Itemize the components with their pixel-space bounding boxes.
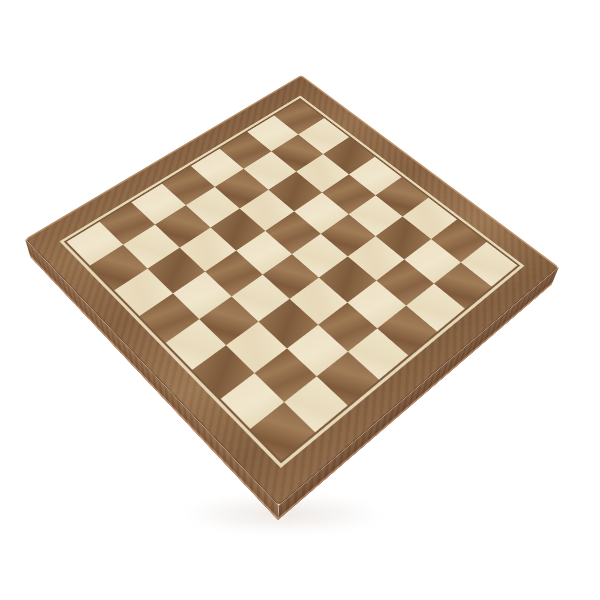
board-square — [199, 296, 259, 345]
chess-board — [25, 75, 559, 506]
board-square — [250, 402, 315, 460]
board-square — [193, 346, 255, 399]
board-square — [205, 251, 262, 297]
board-square — [348, 281, 406, 329]
board-square — [262, 254, 319, 300]
board-square — [258, 299, 318, 348]
board-square — [90, 245, 147, 290]
board-field — [64, 98, 520, 463]
board-square — [318, 302, 378, 352]
board-square — [284, 377, 347, 433]
board-square — [290, 278, 348, 326]
board-square — [255, 349, 317, 402]
board-square — [221, 373, 284, 429]
board-square — [139, 293, 199, 342]
board-square — [434, 262, 491, 308]
board-square — [317, 352, 379, 406]
board-square — [287, 325, 348, 376]
board-frame — [25, 75, 559, 506]
board-square — [147, 248, 204, 294]
board-square — [114, 269, 172, 316]
board-square — [165, 319, 226, 370]
board-square — [407, 284, 465, 332]
photo-stage — [0, 0, 600, 600]
board-square — [226, 322, 287, 373]
board-square — [348, 328, 409, 380]
board-square — [377, 259, 434, 305]
board-square — [231, 275, 289, 322]
board-square — [378, 305, 438, 355]
board-square — [173, 272, 231, 319]
board-square — [319, 257, 376, 303]
